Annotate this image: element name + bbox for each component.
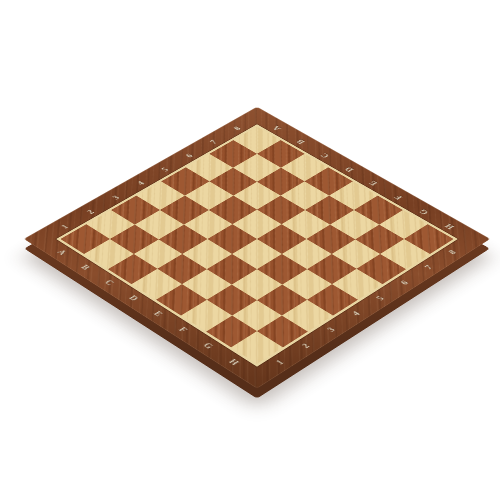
photo-background: AA11BB22CC33DD44EE55FF66GG77HH88 [0, 0, 500, 500]
file-label-d-bottom: D [127, 294, 140, 302]
file-label-h-bottom: H [227, 357, 241, 366]
rank-label-7-right: 7 [422, 264, 434, 271]
rank-label-6-left: 6 [184, 152, 195, 158]
rank-label-1-right: 1 [274, 358, 286, 366]
rank-label-3-left: 3 [110, 194, 121, 201]
rank-label-3-right: 3 [325, 326, 337, 333]
file-label-b-bottom: B [80, 263, 93, 271]
file-label-d-top: D [343, 166, 355, 173]
rank-label-8-right: 8 [446, 249, 458, 256]
rank-label-4-right: 4 [349, 310, 361, 317]
file-label-f-top: F [393, 194, 405, 201]
rank-label-7-left: 7 [208, 139, 219, 145]
file-label-e-bottom: E [152, 309, 165, 317]
rank-label-2-right: 2 [299, 342, 311, 349]
file-label-a-bottom: A [56, 248, 69, 256]
file-label-f-bottom: F [177, 325, 190, 333]
file-label-c-top: C [319, 152, 331, 159]
rank-label-6-right: 6 [398, 279, 410, 286]
rank-label-5-left: 5 [159, 166, 170, 172]
rank-label-1-left: 1 [59, 223, 70, 230]
file-label-g-top: G [417, 208, 430, 216]
coordinate-labels: AA11BB22CC33DD44EE55FF66GG77HH88 [24, 107, 491, 389]
file-label-g-bottom: G [202, 341, 216, 350]
file-label-b-top: B [295, 138, 307, 145]
file-label-a-top: A [271, 125, 283, 132]
chessboard: AA11BB22CC33DD44EE55FF66GG77HH88 [24, 107, 491, 389]
rank-label-2-left: 2 [85, 208, 96, 215]
rank-label-4-left: 4 [135, 180, 146, 186]
rank-label-8-left: 8 [231, 125, 242, 131]
rank-label-5-right: 5 [374, 294, 386, 301]
file-label-h-top: H [443, 222, 456, 230]
file-label-e-top: E [368, 180, 380, 187]
file-label-c-bottom: C [103, 278, 116, 286]
